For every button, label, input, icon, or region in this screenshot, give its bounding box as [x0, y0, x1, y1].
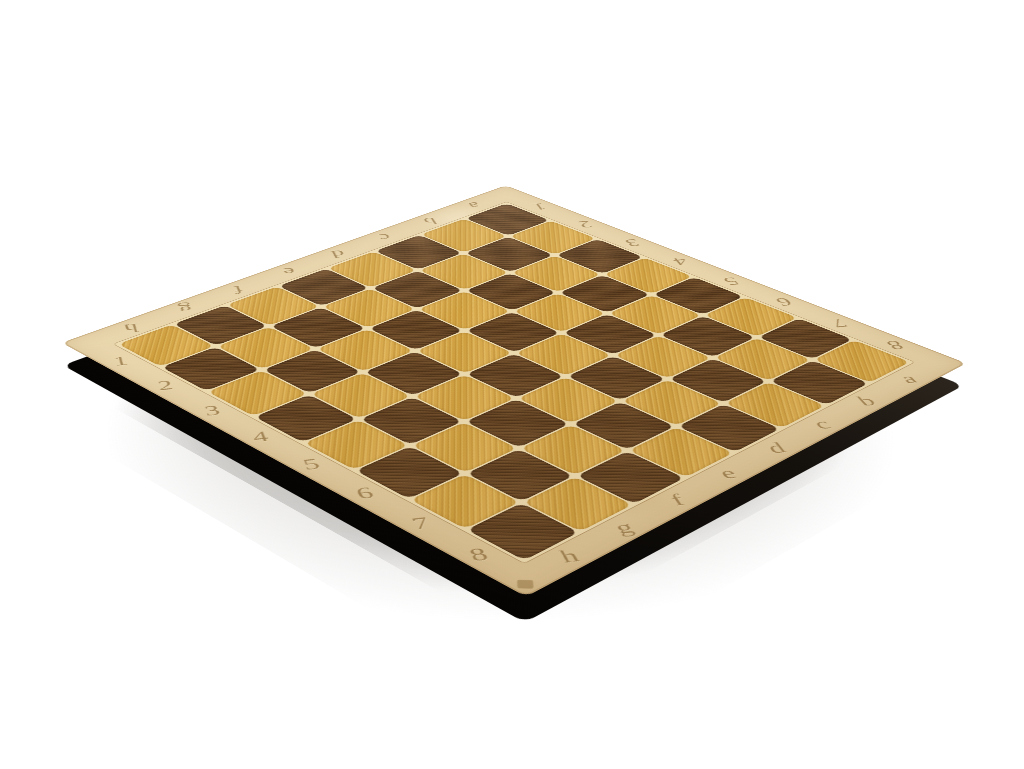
square-d6: [567, 356, 665, 400]
square-h7: [410, 474, 520, 529]
square-g7: [466, 449, 573, 502]
chessboard: 12345678 12345678 abcdefgh abcdefgh: [62, 185, 967, 596]
square-g4: [311, 372, 412, 418]
square-c7: [669, 358, 767, 402]
square-e5: [466, 354, 564, 398]
square-d7: [621, 379, 722, 425]
rank-label-1: 1: [82, 350, 159, 373]
square-e6: [518, 377, 619, 423]
square-f8: [577, 451, 684, 504]
square-h8: [466, 503, 578, 561]
square-h2: [162, 347, 260, 391]
square-h4: [255, 394, 358, 442]
square-e8: [628, 427, 733, 477]
square-g8: [523, 476, 633, 531]
square-g6: [412, 422, 517, 472]
square-c8: [725, 382, 826, 428]
square-h6: [356, 446, 463, 498]
square-h3: [207, 370, 308, 416]
square-f6: [466, 399, 569, 447]
square-e7: [572, 401, 675, 449]
board-surface: 12345678 12345678 abcdefgh abcdefgh: [62, 185, 967, 596]
square-b8: [770, 360, 868, 404]
square-g3: [263, 349, 361, 393]
square-f5: [414, 375, 515, 421]
corner-inlay-mark: [517, 580, 533, 589]
square-h5: [304, 420, 409, 470]
square-f7: [520, 425, 625, 475]
square-f4: [364, 351, 462, 395]
photo-background: 12345678 12345678 abcdefgh abcdefgh: [0, 0, 1024, 769]
square-g5: [360, 397, 463, 445]
board-tilt-wrapper: 12345678 12345678 abcdefgh abcdefgh: [0, 0, 1024, 769]
square-d8: [678, 404, 781, 452]
